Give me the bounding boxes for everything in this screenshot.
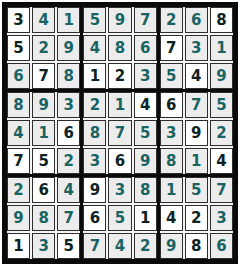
sudoku-cell-r2c1-given[interactable]: 5 bbox=[7, 35, 30, 61]
sudoku-cell-r3c7-solved[interactable]: 5 bbox=[160, 63, 183, 89]
sudoku-cell-r8c3-solved[interactable]: 7 bbox=[57, 205, 80, 231]
sudoku-cell-r3c2-given[interactable]: 7 bbox=[32, 63, 55, 89]
sudoku-box-r1c1: 341529678 bbox=[7, 7, 80, 89]
sudoku-cell-r8c6-given[interactable]: 1 bbox=[134, 205, 157, 231]
sudoku-cell-r2c9-solved[interactable]: 1 bbox=[210, 35, 233, 61]
sudoku-cell-r2c4-solved[interactable]: 4 bbox=[83, 35, 106, 61]
sudoku-cell-r5c1-solved[interactable]: 4 bbox=[7, 120, 30, 146]
sudoku-cell-r1c2-solved[interactable]: 4 bbox=[32, 7, 55, 33]
sudoku-cell-r6c3-solved[interactable]: 2 bbox=[57, 148, 80, 174]
sudoku-cell-r5c6-solved[interactable]: 5 bbox=[134, 120, 157, 146]
sudoku-cell-r5c3-given[interactable]: 6 bbox=[57, 120, 80, 146]
sudoku-cell-r8c7-given[interactable]: 4 bbox=[160, 205, 183, 231]
sudoku-cell-r1c5-solved[interactable]: 9 bbox=[108, 7, 131, 33]
sudoku-box-r1c2: 597486123 bbox=[83, 7, 156, 89]
sudoku-cell-r7c9-solved[interactable]: 7 bbox=[210, 177, 233, 203]
sudoku-box-r2c2: 214875369 bbox=[83, 92, 156, 174]
sudoku-cell-r2c6-solved[interactable]: 6 bbox=[134, 35, 157, 61]
sudoku-cell-r7c8-solved[interactable]: 5 bbox=[185, 177, 208, 203]
sudoku-box-r2c3: 675392814 bbox=[160, 92, 233, 174]
sudoku-cell-r8c2-solved[interactable]: 8 bbox=[32, 205, 55, 231]
sudoku-cell-r1c3-solved[interactable]: 1 bbox=[57, 7, 80, 33]
sudoku-cell-r7c7-solved[interactable]: 1 bbox=[160, 177, 183, 203]
sudoku-cell-r1c9-given[interactable]: 8 bbox=[210, 7, 233, 33]
sudoku-cell-r4c5-solved[interactable]: 1 bbox=[108, 92, 131, 118]
sudoku-cell-r4c7-given[interactable]: 6 bbox=[160, 92, 183, 118]
sudoku-cell-r2c8-solved[interactable]: 3 bbox=[185, 35, 208, 61]
sudoku-cell-r4c6-given[interactable]: 4 bbox=[134, 92, 157, 118]
sudoku-cell-r4c3-solved[interactable]: 3 bbox=[57, 92, 80, 118]
sudoku-cell-r9c3-given[interactable]: 5 bbox=[57, 233, 80, 259]
sudoku-box-r2c1: 893416752 bbox=[7, 92, 80, 174]
sudoku-cell-r7c5-solved[interactable]: 3 bbox=[108, 177, 131, 203]
sudoku-box-r1c3: 268731549 bbox=[160, 7, 233, 89]
sudoku-cell-r9c7-solved[interactable]: 9 bbox=[160, 233, 183, 259]
sudoku-cell-r9c2-solved[interactable]: 3 bbox=[32, 233, 55, 259]
sudoku-cell-r1c8-solved[interactable]: 6 bbox=[185, 7, 208, 33]
sudoku-cell-r6c2-given[interactable]: 5 bbox=[32, 148, 55, 174]
sudoku-box-r3c2: 938651742 bbox=[83, 177, 156, 259]
sudoku-cell-r9c9-solved[interactable]: 6 bbox=[210, 233, 233, 259]
sudoku-box-r3c1: 264987135 bbox=[7, 177, 80, 259]
sudoku-cell-r5c4-solved[interactable]: 8 bbox=[83, 120, 106, 146]
sudoku-cell-r7c3-solved[interactable]: 4 bbox=[57, 177, 80, 203]
sudoku-cell-r5c9-solved[interactable]: 2 bbox=[210, 120, 233, 146]
sudoku-cell-r2c7-given[interactable]: 7 bbox=[160, 35, 183, 61]
sudoku-cell-r7c1-solved[interactable]: 2 bbox=[7, 177, 30, 203]
sudoku-cell-r9c5-solved[interactable]: 4 bbox=[108, 233, 131, 259]
sudoku-cell-r3c1-solved[interactable]: 6 bbox=[7, 63, 30, 89]
sudoku-cell-r9c8-given[interactable]: 8 bbox=[185, 233, 208, 259]
sudoku-cell-r1c6-solved[interactable]: 7 bbox=[134, 7, 157, 33]
sudoku-cell-r4c2-solved[interactable]: 9 bbox=[32, 92, 55, 118]
sudoku-cell-r6c5-given[interactable]: 6 bbox=[108, 148, 131, 174]
sudoku-cell-r6c9-given[interactable]: 4 bbox=[210, 148, 233, 174]
sudoku-cell-r3c8-given[interactable]: 4 bbox=[185, 63, 208, 89]
sudoku-board: 3415296785974861232687315498934167522148… bbox=[2, 2, 238, 264]
sudoku-cell-r6c6-solved[interactable]: 9 bbox=[134, 148, 157, 174]
sudoku-cell-r4c8-solved[interactable]: 7 bbox=[185, 92, 208, 118]
sudoku-cell-r5c5-solved[interactable]: 7 bbox=[108, 120, 131, 146]
sudoku-cell-r3c4-given[interactable]: 1 bbox=[83, 63, 106, 89]
sudoku-cell-r4c9-solved[interactable]: 5 bbox=[210, 92, 233, 118]
sudoku-cell-r9c4-solved[interactable]: 7 bbox=[83, 233, 106, 259]
sudoku-cell-r9c1-given[interactable]: 1 bbox=[7, 233, 30, 259]
sudoku-cell-r7c6-solved[interactable]: 8 bbox=[134, 177, 157, 203]
sudoku-cell-r8c4-given[interactable]: 6 bbox=[83, 205, 106, 231]
sudoku-cell-r3c9-solved[interactable]: 9 bbox=[210, 63, 233, 89]
sudoku-cell-r6c8-solved[interactable]: 1 bbox=[185, 148, 208, 174]
sudoku-cell-r8c5-solved[interactable]: 5 bbox=[108, 205, 131, 231]
sudoku-box-r3c3: 157423986 bbox=[160, 177, 233, 259]
sudoku-cell-r7c2-given[interactable]: 6 bbox=[32, 177, 55, 203]
sudoku-cell-r5c2-solved[interactable]: 1 bbox=[32, 120, 55, 146]
sudoku-cell-r4c1-solved[interactable]: 8 bbox=[7, 92, 30, 118]
sudoku-cell-r3c5-given[interactable]: 2 bbox=[108, 63, 131, 89]
sudoku-cell-r2c3-solved[interactable]: 9 bbox=[57, 35, 80, 61]
sudoku-cell-r5c7-solved[interactable]: 3 bbox=[160, 120, 183, 146]
sudoku-cell-r1c1-given[interactable]: 3 bbox=[7, 7, 30, 33]
sudoku-cell-r1c7-solved[interactable]: 2 bbox=[160, 7, 183, 33]
sudoku-cell-r8c1-solved[interactable]: 9 bbox=[7, 205, 30, 231]
sudoku-cell-r6c1-given[interactable]: 7 bbox=[7, 148, 30, 174]
sudoku-cell-r6c7-solved[interactable]: 8 bbox=[160, 148, 183, 174]
sudoku-cell-r8c8-given[interactable]: 2 bbox=[185, 205, 208, 231]
sudoku-cell-r3c6-solved[interactable]: 3 bbox=[134, 63, 157, 89]
sudoku-cell-r7c4-given[interactable]: 9 bbox=[83, 177, 106, 203]
sudoku-cell-r2c5-solved[interactable]: 8 bbox=[108, 35, 131, 61]
sudoku-cell-r6c4-solved[interactable]: 3 bbox=[83, 148, 106, 174]
sudoku-cell-r9c6-solved[interactable]: 2 bbox=[134, 233, 157, 259]
sudoku-cell-r2c2-solved[interactable]: 2 bbox=[32, 35, 55, 61]
sudoku-cell-r5c8-given[interactable]: 9 bbox=[185, 120, 208, 146]
sudoku-cell-r3c3-solved[interactable]: 8 bbox=[57, 63, 80, 89]
sudoku-cell-r1c4-solved[interactable]: 5 bbox=[83, 7, 106, 33]
sudoku-cell-r4c4-solved[interactable]: 2 bbox=[83, 92, 106, 118]
sudoku-cell-r8c9-solved[interactable]: 3 bbox=[210, 205, 233, 231]
